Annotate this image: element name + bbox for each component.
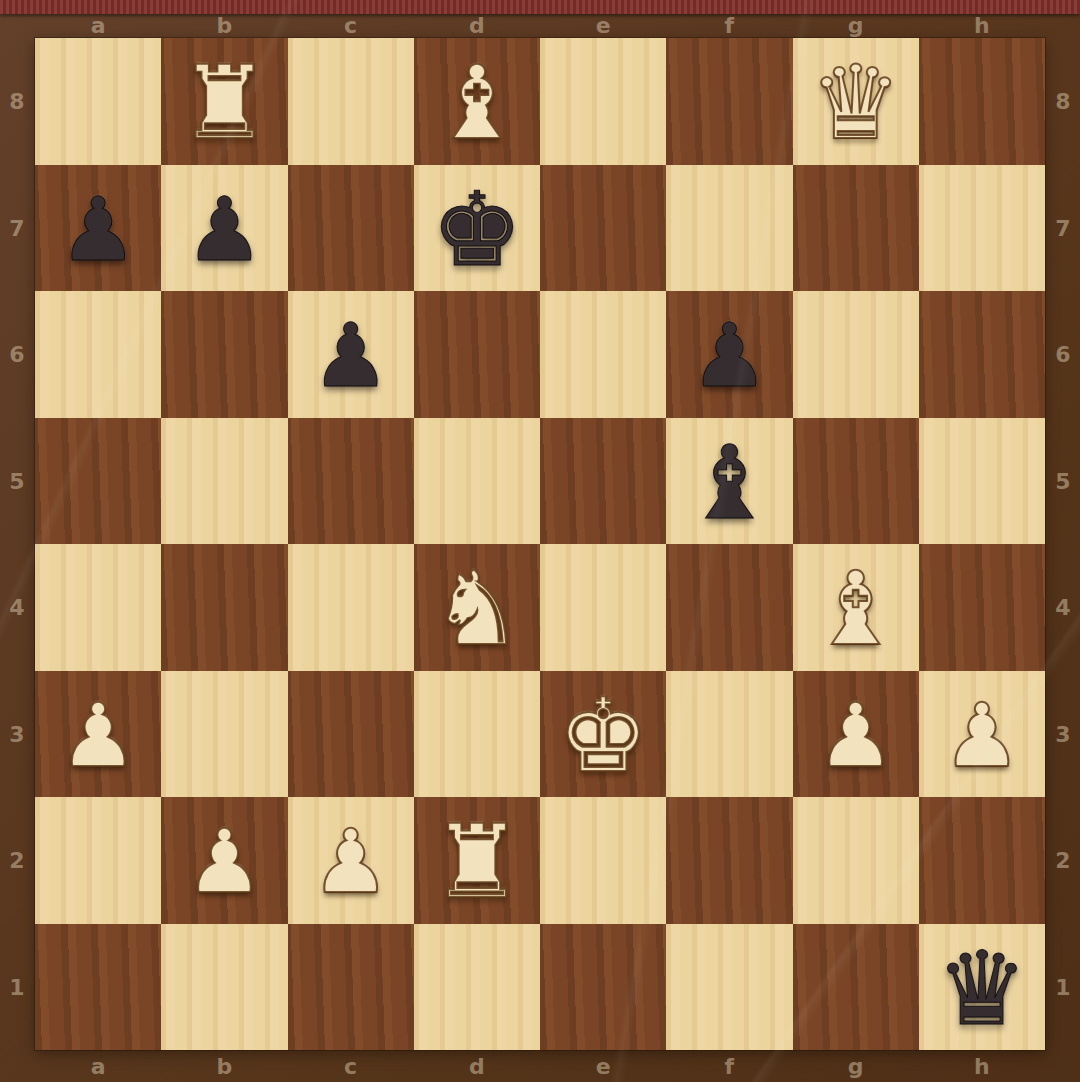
square-c3[interactable] <box>288 671 414 798</box>
file-label-b-bottom: b <box>217 1054 233 1079</box>
rank-label-7-left: 7 <box>9 215 24 240</box>
square-h2[interactable] <box>919 797 1045 924</box>
square-h1[interactable]: ♛ <box>919 924 1045 1051</box>
square-f8[interactable] <box>666 38 792 165</box>
file-label-c-bottom: c <box>344 1054 357 1079</box>
square-f4[interactable] <box>666 544 792 671</box>
square-a2[interactable] <box>35 797 161 924</box>
piece-white-pawn-h3[interactable]: ♟ <box>942 692 1021 780</box>
square-e6[interactable] <box>540 291 666 418</box>
square-b5[interactable] <box>161 418 287 545</box>
square-f2[interactable] <box>666 797 792 924</box>
file-label-h-top: h <box>974 13 990 38</box>
square-b3[interactable] <box>161 671 287 798</box>
piece-black-bishop-f5[interactable]: ♝ <box>684 432 775 534</box>
piece-black-king-d7[interactable]: ♚ <box>431 179 522 281</box>
square-c5[interactable] <box>288 418 414 545</box>
rank-label-3-left: 3 <box>9 721 24 746</box>
rank-label-1-right: 1 <box>1055 974 1070 999</box>
square-g4[interactable]: ♝ <box>793 544 919 671</box>
square-a5[interactable] <box>35 418 161 545</box>
square-c6[interactable]: ♟ <box>288 291 414 418</box>
square-d7[interactable]: ♚ <box>414 165 540 292</box>
square-c4[interactable] <box>288 544 414 671</box>
square-d1[interactable] <box>414 924 540 1051</box>
file-label-d-bottom: d <box>469 1054 485 1079</box>
file-label-a-top: a <box>91 13 106 38</box>
square-f1[interactable] <box>666 924 792 1051</box>
piece-white-rook-b8[interactable]: ♜ <box>179 52 270 154</box>
square-b1[interactable] <box>161 924 287 1051</box>
piece-black-pawn-a7[interactable]: ♟ <box>59 186 138 274</box>
rank-label-4-left: 4 <box>9 595 24 620</box>
square-f6[interactable]: ♟ <box>666 291 792 418</box>
piece-white-bishop-d8[interactable]: ♝ <box>431 52 522 154</box>
piece-white-queen-g8[interactable]: ♛ <box>810 52 901 154</box>
file-label-a-bottom: a <box>91 1054 106 1079</box>
chess-app-window: ♜♝♛♟♟♚♟♟♝♞♝♟♚♟♟♟♟♜♛ aabbccddeeffgghh8877… <box>0 0 1080 1082</box>
piece-white-pawn-a3[interactable]: ♟ <box>59 692 138 780</box>
rank-label-6-right: 6 <box>1055 342 1070 367</box>
piece-black-pawn-c6[interactable]: ♟ <box>311 312 390 400</box>
piece-white-bishop-g4[interactable]: ♝ <box>810 558 901 660</box>
square-c8[interactable] <box>288 38 414 165</box>
piece-white-king-e3[interactable]: ♚ <box>557 685 648 787</box>
file-label-f-top: f <box>725 13 735 38</box>
square-e1[interactable] <box>540 924 666 1051</box>
square-d3[interactable] <box>414 671 540 798</box>
rank-label-8-left: 8 <box>9 89 24 114</box>
square-d2[interactable]: ♜ <box>414 797 540 924</box>
square-d5[interactable] <box>414 418 540 545</box>
rank-label-4-right: 4 <box>1055 595 1070 620</box>
square-a8[interactable] <box>35 38 161 165</box>
square-b8[interactable]: ♜ <box>161 38 287 165</box>
file-label-c-top: c <box>344 13 357 38</box>
square-c1[interactable] <box>288 924 414 1051</box>
file-label-f-bottom: f <box>725 1054 735 1079</box>
square-c7[interactable] <box>288 165 414 292</box>
rank-label-6-left: 6 <box>9 342 24 367</box>
square-e4[interactable] <box>540 544 666 671</box>
square-e2[interactable] <box>540 797 666 924</box>
square-e7[interactable] <box>540 165 666 292</box>
square-a3[interactable]: ♟ <box>35 671 161 798</box>
square-b6[interactable] <box>161 291 287 418</box>
square-g8[interactable]: ♛ <box>793 38 919 165</box>
square-e5[interactable] <box>540 418 666 545</box>
square-e3[interactable]: ♚ <box>540 671 666 798</box>
square-b4[interactable] <box>161 544 287 671</box>
file-label-g-top: g <box>848 13 864 38</box>
square-d4[interactable]: ♞ <box>414 544 540 671</box>
square-h7[interactable] <box>919 165 1045 292</box>
square-b2[interactable]: ♟ <box>161 797 287 924</box>
piece-black-queen-h1[interactable]: ♛ <box>936 938 1027 1040</box>
square-f7[interactable] <box>666 165 792 292</box>
rank-label-5-right: 5 <box>1055 468 1070 493</box>
square-g6[interactable] <box>793 291 919 418</box>
file-label-e-bottom: e <box>596 1054 611 1079</box>
square-g1[interactable] <box>793 924 919 1051</box>
square-c2[interactable]: ♟ <box>288 797 414 924</box>
chess-board: ♜♝♛♟♟♚♟♟♝♞♝♟♚♟♟♟♟♜♛ <box>35 38 1045 1050</box>
rank-label-1-left: 1 <box>9 974 24 999</box>
square-f5[interactable]: ♝ <box>666 418 792 545</box>
piece-black-pawn-b7[interactable]: ♟ <box>185 186 264 274</box>
square-a7[interactable]: ♟ <box>35 165 161 292</box>
square-e8[interactable] <box>540 38 666 165</box>
file-label-g-bottom: g <box>848 1054 864 1079</box>
rank-label-2-right: 2 <box>1055 848 1070 873</box>
square-b7[interactable]: ♟ <box>161 165 287 292</box>
square-h5[interactable] <box>919 418 1045 545</box>
square-d6[interactable] <box>414 291 540 418</box>
frame-fabric-strip <box>0 0 1080 14</box>
square-a4[interactable] <box>35 544 161 671</box>
square-g5[interactable] <box>793 418 919 545</box>
square-h6[interactable] <box>919 291 1045 418</box>
square-g2[interactable] <box>793 797 919 924</box>
rank-label-3-right: 3 <box>1055 721 1070 746</box>
square-f3[interactable] <box>666 671 792 798</box>
file-label-h-bottom: h <box>974 1054 990 1079</box>
rank-label-7-right: 7 <box>1055 215 1070 240</box>
piece-white-pawn-g3[interactable]: ♟ <box>816 692 895 780</box>
piece-white-knight-d4[interactable]: ♞ <box>431 558 522 660</box>
rank-label-8-right: 8 <box>1055 89 1070 114</box>
square-a1[interactable] <box>35 924 161 1051</box>
square-a6[interactable] <box>35 291 161 418</box>
file-label-b-top: b <box>217 13 233 38</box>
square-h3[interactable]: ♟ <box>919 671 1045 798</box>
rank-label-2-left: 2 <box>9 848 24 873</box>
piece-white-pawn-b2[interactable]: ♟ <box>185 818 264 906</box>
piece-white-rook-d2[interactable]: ♜ <box>431 811 522 913</box>
file-label-d-top: d <box>469 13 485 38</box>
file-label-e-top: e <box>596 13 611 38</box>
rank-label-5-left: 5 <box>9 468 24 493</box>
square-d8[interactable]: ♝ <box>414 38 540 165</box>
square-g7[interactable] <box>793 165 919 292</box>
piece-white-pawn-c2[interactable]: ♟ <box>311 818 390 906</box>
square-h8[interactable] <box>919 38 1045 165</box>
square-h4[interactable] <box>919 544 1045 671</box>
piece-black-pawn-f6[interactable]: ♟ <box>690 312 769 400</box>
square-g3[interactable]: ♟ <box>793 671 919 798</box>
